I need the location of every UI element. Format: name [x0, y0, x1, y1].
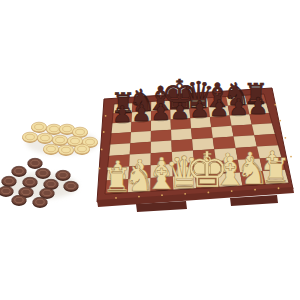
frame-dot: [103, 131, 105, 133]
square-e5: [191, 127, 213, 139]
light-checkers-pile-disc: [59, 124, 74, 135]
dark-checkers-pile-disc: [56, 170, 71, 181]
piece-black-p-f7: ♟: [209, 95, 230, 121]
disc-top: [43, 144, 58, 154]
piece-black-p-b7: ♟: [131, 100, 151, 126]
disc-top: [72, 127, 87, 137]
frame-dot: [105, 115, 107, 117]
disc-top: [12, 195, 27, 204]
frame-dot: [279, 120, 281, 122]
light-checkers-pile-disc: [22, 132, 37, 143]
square-g5: [232, 125, 255, 137]
light-checkers-pile-disc: [58, 145, 73, 156]
square-h5: [252, 123, 275, 135]
disc-top: [2, 176, 17, 185]
dark-checkers-pile-disc: [0, 186, 13, 197]
dark-checkers-pile-disc: [33, 197, 48, 208]
product-photo: ♜♞♝♚♛♝♞♜♟♟♟♟♟♟♟♟♟♟♟♟♟♟♟♟♜♞♝♛♚♝♞♜: [0, 0, 300, 300]
dark-checkers-pile-disc: [28, 158, 43, 169]
frame-dot: [274, 104, 276, 106]
dark-checkers-pile-disc: [2, 176, 17, 187]
square-f5: [211, 126, 233, 138]
piece-black-p-c7: ♟: [150, 99, 170, 125]
frame-dot: [99, 168, 101, 170]
disc-top: [74, 144, 89, 154]
disc-top: [28, 158, 43, 167]
disc-top: [33, 197, 48, 206]
disc-top: [31, 122, 46, 132]
piece-white-r-h1: ♜: [260, 151, 291, 191]
disc-top: [44, 179, 59, 188]
piece-black-p-g7: ♟: [228, 94, 249, 120]
disc-top: [36, 168, 51, 177]
piece-black-p-a7: ♟: [112, 101, 132, 127]
frame-dot: [284, 137, 286, 139]
light-checkers-pile-disc: [52, 135, 67, 146]
dark-checkers-pile-disc: [12, 166, 27, 177]
disc-top: [12, 166, 27, 175]
disc-top: [58, 145, 73, 155]
disc-top: [56, 170, 71, 179]
disc-top: [37, 133, 52, 143]
disc-top: [64, 181, 79, 190]
chess-set-scene: ♜♞♝♚♛♝♞♜♟♟♟♟♟♟♟♟♟♟♟♟♟♟♟♟♜♞♝♛♚♝♞♜: [0, 0, 300, 300]
frame-dot: [101, 149, 103, 151]
piece-black-p-e7: ♟: [189, 96, 210, 122]
disc-top: [23, 177, 38, 186]
light-checkers-pile: [22, 122, 97, 156]
dark-checkers-pile-disc: [64, 181, 79, 192]
dark-checkers-pile-disc: [36, 168, 51, 179]
disc-top: [52, 135, 67, 145]
square-c5: [151, 130, 172, 142]
disc-top: [40, 188, 55, 197]
light-checkers-pile-disc: [37, 133, 52, 144]
light-checkers-pile-disc: [43, 144, 58, 155]
light-checkers-pile-disc: [74, 144, 89, 155]
square-a5: [110, 132, 131, 144]
piece-black-p-h7: ♟: [248, 92, 269, 119]
dark-checkers-pile-disc: [12, 195, 27, 206]
piece-black-p-d7: ♟: [170, 98, 191, 124]
square-b5: [130, 131, 151, 143]
disc-top: [22, 132, 37, 142]
light-checkers-pile-disc: [31, 122, 46, 133]
square-d5: [171, 128, 192, 140]
dark-checkers-pile-disc: [23, 177, 38, 188]
